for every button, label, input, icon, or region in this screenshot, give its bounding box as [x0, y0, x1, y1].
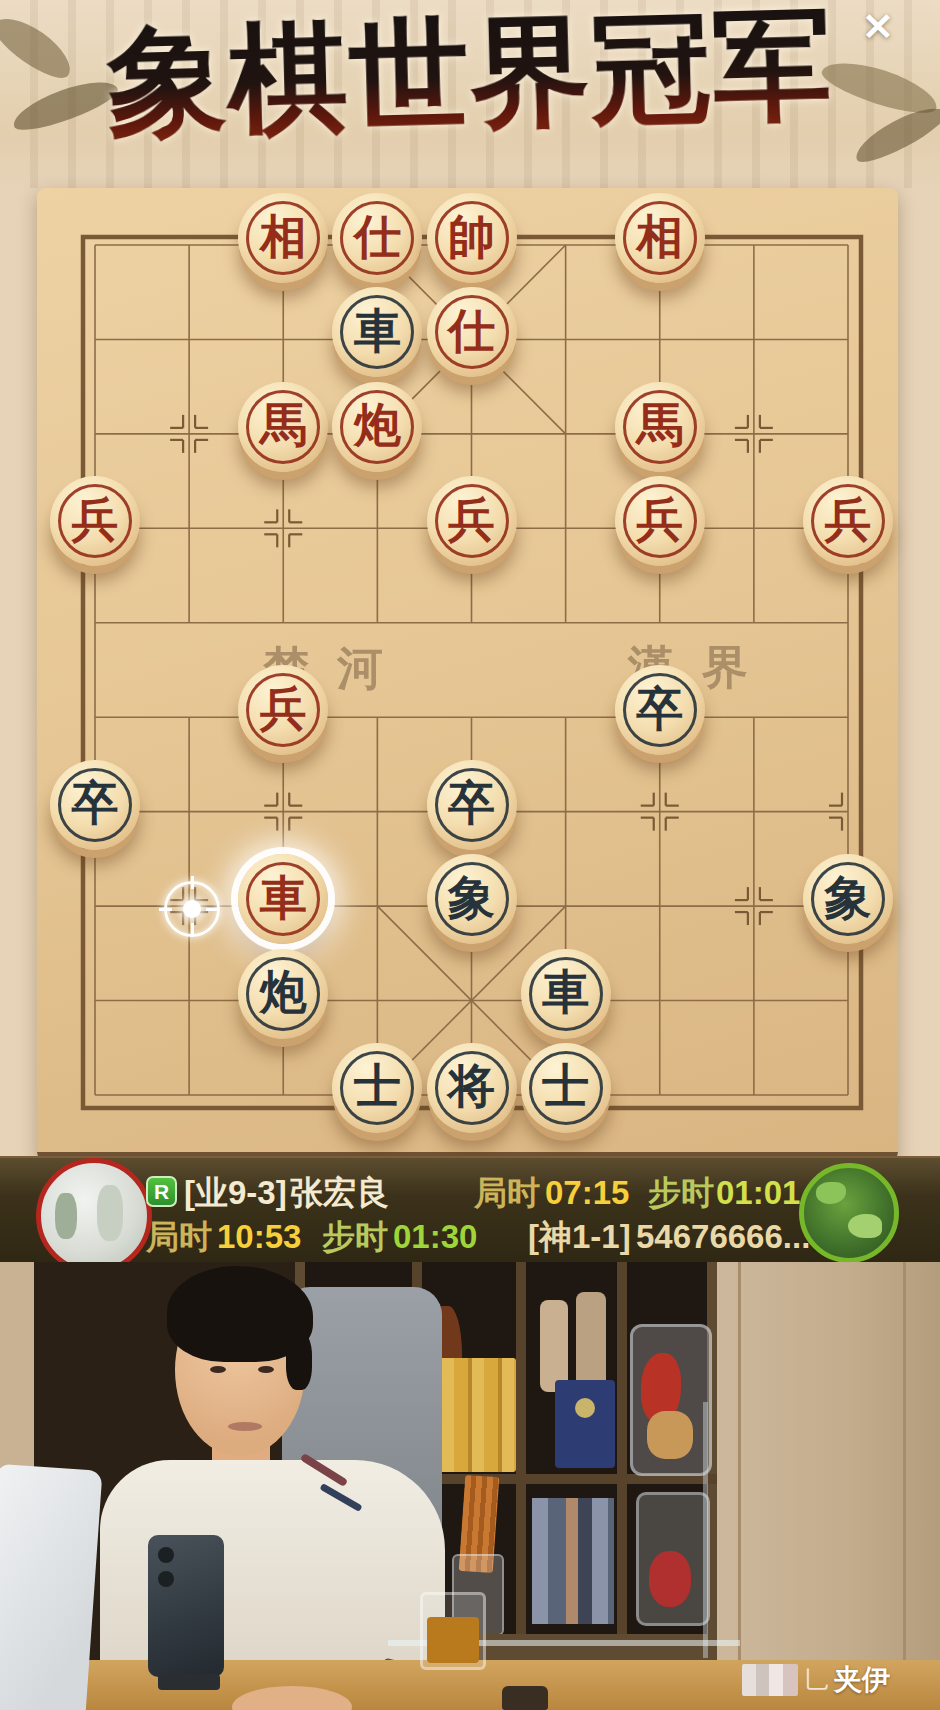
blue-box	[555, 1380, 615, 1468]
piece-black-卒[interactable]: 卒	[615, 665, 705, 755]
piece-black-士[interactable]: 士	[332, 1043, 422, 1133]
piece-red-兵[interactable]: 兵	[427, 476, 517, 566]
move-target-crosshair[interactable]	[164, 881, 220, 937]
phone-stand	[158, 1674, 220, 1690]
person-mouth	[228, 1422, 262, 1431]
piece-red-馬[interactable]: 馬	[238, 382, 328, 472]
shelf-divider	[516, 1262, 526, 1634]
piece-red-兵[interactable]: 兵	[615, 476, 705, 566]
piece-black-象[interactable]: 象	[427, 854, 517, 944]
player-bottom-name: 54676666...	[636, 1218, 810, 1256]
glass-jar	[630, 1324, 712, 1476]
piece-red-仕[interactable]: 仕	[332, 193, 422, 283]
player-bottom-game-time: 10:53	[217, 1218, 301, 1256]
watermark: 乚 夹伊	[742, 1664, 890, 1696]
live-stream-screen: 象棋世界冠军 ✕ 楚河 漢界 相仕帥相車仕馬炮馬兵兵兵兵兵卒卒卒車象象炮車士将士…	[0, 0, 940, 1710]
player-top-game-time: 07:15	[545, 1174, 629, 1212]
xiangqi-board[interactable]: 楚河 漢界 相仕帥相車仕馬炮馬兵兵兵兵兵卒卒卒車象象炮車士将士	[37, 188, 898, 1161]
piece-black-士[interactable]: 士	[521, 1043, 611, 1133]
move-time-label-top: 步时	[648, 1174, 714, 1212]
watermark-partial: 乚	[804, 1668, 828, 1692]
person-hair	[286, 1332, 312, 1390]
player-top-name: 张宏良	[290, 1174, 389, 1212]
banner-title: 象棋世界冠军	[68, 0, 872, 160]
piece-red-兵[interactable]: 兵	[238, 665, 328, 755]
teacup	[502, 1686, 548, 1710]
player-top-rank: [业9-3]	[184, 1174, 287, 1212]
close-icon[interactable]: ✕	[852, 0, 904, 52]
piece-red-炮[interactable]: 炮	[332, 382, 422, 472]
rank-badge: R	[146, 1176, 177, 1207]
person-eye	[258, 1366, 274, 1373]
bottle	[576, 1292, 606, 1392]
piece-black-卒[interactable]: 卒	[50, 760, 140, 850]
piece-black-象[interactable]: 象	[803, 854, 893, 944]
piece-black-卒[interactable]: 卒	[427, 760, 517, 850]
game-time-label-bottom: 局时	[146, 1218, 212, 1256]
piece-black-将[interactable]: 将	[427, 1043, 517, 1133]
piece-black-炮[interactable]: 炮	[238, 949, 328, 1039]
piece-black-車[interactable]: 車	[521, 949, 611, 1039]
shelf-divider	[617, 1262, 627, 1634]
video-feed: 乚 夹伊	[0, 1262, 940, 1710]
player-top-move-time: 01:01	[716, 1174, 800, 1212]
player-top-avatar[interactable]	[36, 1158, 152, 1274]
player-bottom-avatar[interactable]	[799, 1163, 899, 1263]
game-time-label-top: 局时	[474, 1174, 540, 1212]
glass-divider	[703, 1402, 708, 1658]
wall-seam	[903, 1262, 906, 1710]
piece-red-兵[interactable]: 兵	[50, 476, 140, 566]
books	[532, 1498, 614, 1624]
glass-jar	[636, 1492, 710, 1626]
mosaic-blur	[742, 1664, 798, 1696]
smartphone	[148, 1535, 224, 1677]
piece-red-兵[interactable]: 兵	[803, 476, 893, 566]
piece-red-馬[interactable]: 馬	[615, 382, 705, 472]
player-bottom-move-time: 01:30	[393, 1218, 477, 1256]
piece-red-車-selected[interactable]: 車	[238, 854, 328, 944]
watermark-text: 夹伊	[834, 1666, 890, 1694]
wall-panel	[717, 1262, 940, 1710]
person-eye	[210, 1366, 226, 1373]
bottle	[540, 1300, 568, 1392]
player-bottom-rank: [神1-1]	[528, 1218, 631, 1256]
laptop	[0, 1464, 103, 1710]
piece-red-相[interactable]: 相	[238, 193, 328, 283]
banner: 象棋世界冠军 ✕	[0, 0, 940, 188]
tea-mug	[420, 1592, 486, 1670]
piece-red-帥[interactable]: 帥	[427, 193, 517, 283]
piece-red-相[interactable]: 相	[615, 193, 705, 283]
move-time-label-bottom: 步时	[322, 1218, 388, 1256]
piece-red-仕[interactable]: 仕	[427, 287, 517, 377]
